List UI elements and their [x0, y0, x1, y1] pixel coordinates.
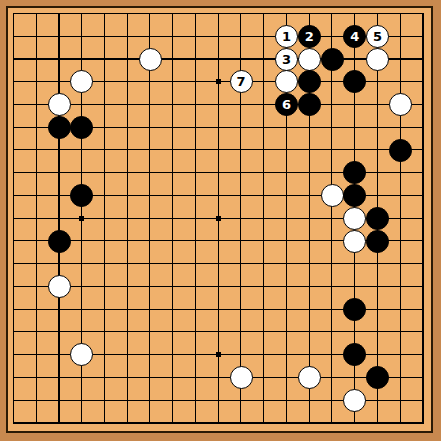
white-stone: [298, 48, 321, 71]
black-stone: [298, 70, 321, 93]
black-stone: [343, 161, 366, 184]
white-stone: [343, 207, 366, 230]
white-stone: [70, 70, 93, 93]
black-stone: [70, 184, 93, 207]
black-stone: [343, 343, 366, 366]
star-point: [216, 216, 221, 221]
white-stone: [275, 70, 298, 93]
white-stone: [343, 230, 366, 253]
white-stone: [48, 275, 71, 298]
white-stone: [230, 366, 253, 389]
star-point: [216, 79, 221, 84]
black-stone: [48, 116, 71, 139]
black-stone: [343, 298, 366, 321]
black-stone: [366, 230, 389, 253]
white-stone: [343, 389, 366, 412]
black-stone: [366, 366, 389, 389]
black-stone: [48, 230, 71, 253]
black-stone: [70, 116, 93, 139]
white-stone-move-5: 5: [366, 25, 389, 48]
white-stone: [139, 48, 162, 71]
black-stone: [343, 70, 366, 93]
white-stone: [298, 366, 321, 389]
black-stone-move-6: 6: [275, 93, 298, 116]
white-stone-move-1: 1: [275, 25, 298, 48]
goban-board: 1245376: [0, 0, 441, 441]
white-stone: [321, 184, 344, 207]
black-stone: [343, 184, 366, 207]
black-stone-move-2: 2: [298, 25, 321, 48]
star-point: [216, 352, 221, 357]
black-stone: [298, 93, 321, 116]
white-stone-move-7: 7: [230, 70, 253, 93]
white-stone: [389, 93, 412, 116]
star-point: [79, 216, 84, 221]
black-stone-move-4: 4: [343, 25, 366, 48]
white-stone: [366, 48, 389, 71]
board-grid: 1245376: [2, 2, 434, 434]
black-stone: [321, 48, 344, 71]
black-stone: [366, 207, 389, 230]
white-stone: [48, 93, 71, 116]
black-stone: [389, 139, 412, 162]
white-stone-move-3: 3: [275, 48, 298, 71]
white-stone: [70, 343, 93, 366]
